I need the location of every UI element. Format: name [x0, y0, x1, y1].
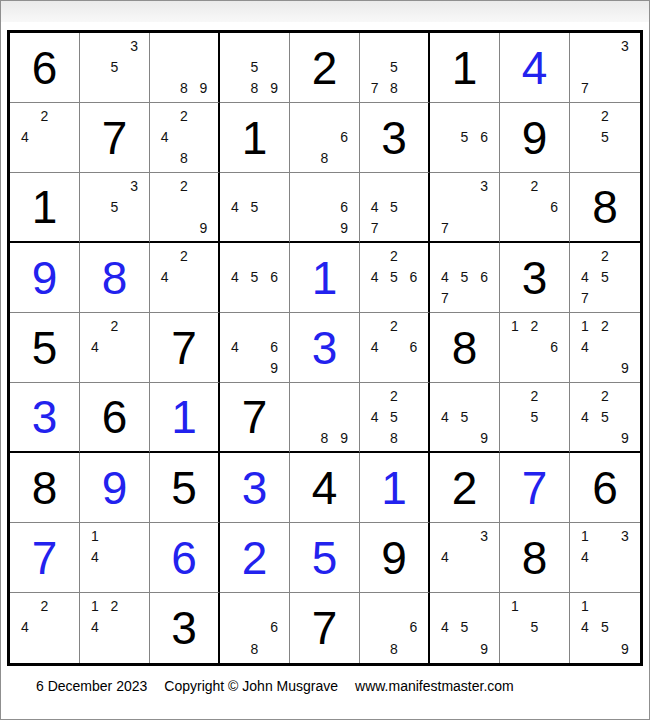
cell-r9c6[interactable]: 68 — [360, 593, 430, 663]
cell-r4c2[interactable]: 8 — [80, 243, 150, 313]
candidate-digit: 7 — [435, 288, 455, 309]
candidate-marks: 469 — [225, 315, 284, 379]
candidate-digit: 4 — [225, 336, 245, 357]
candidate-marks: 457 — [365, 175, 423, 238]
candidate-digit: 4 — [575, 336, 595, 357]
candidate-marks: 134 — [575, 525, 635, 589]
solved-digit: 6 — [171, 535, 197, 581]
candidate-digit: 5 — [455, 617, 475, 639]
cell-r3c5[interactable]: 69 — [290, 173, 360, 243]
cell-r8c6[interactable]: 9 — [360, 523, 430, 593]
candidate-digit: 2 — [174, 175, 193, 196]
candidate-digit: 6 — [544, 196, 564, 217]
candidate-digit: 4 — [435, 266, 455, 287]
candidate-marks: 15 — [505, 595, 564, 660]
cell-r3c4[interactable]: 45 — [220, 173, 290, 243]
cell-r2c3[interactable]: 248 — [150, 103, 220, 173]
solved-digit: 7 — [522, 465, 548, 511]
cell-r1c7[interactable]: 1 — [430, 33, 500, 103]
cell-r8c2[interactable]: 14 — [80, 523, 150, 593]
candidate-digit: 4 — [225, 196, 245, 217]
candidate-digit: 9 — [264, 78, 284, 99]
candidate-marks: 2456 — [365, 245, 423, 309]
candidate-digit: 2 — [35, 595, 55, 617]
candidate-digit: 8 — [174, 148, 193, 169]
candidate-marks: 124 — [85, 595, 144, 660]
cell-r8c4[interactable]: 2 — [220, 523, 290, 593]
candidate-marks: 589 — [225, 35, 284, 99]
candidate-digit: 2 — [595, 105, 615, 126]
footer-date: 6 December 2023 — [36, 678, 147, 694]
cell-r2c1[interactable]: 24 — [10, 103, 80, 173]
candidate-digit: 2 — [525, 385, 545, 406]
candidate-digit: 3 — [124, 35, 144, 56]
candidate-digit: 4 — [155, 266, 174, 287]
cell-r6c5[interactable]: 89 — [290, 383, 360, 453]
cell-r6c7[interactable]: 459 — [430, 383, 500, 453]
cell-r1c2[interactable]: 35 — [80, 33, 150, 103]
given-digit: 8 — [522, 535, 548, 581]
candidate-marks: 4567 — [435, 245, 494, 309]
cell-r6c2[interactable]: 6 — [80, 383, 150, 453]
candidate-digit: 7 — [365, 78, 384, 99]
candidate-digit: 4 — [85, 546, 105, 567]
window-top-strip — [1, 1, 649, 22]
cell-r2c6[interactable]: 3 — [360, 103, 430, 173]
candidate-digit: 5 — [595, 126, 615, 147]
cell-r1c3[interactable]: 89 — [150, 33, 220, 103]
candidate-marks: 25 — [505, 385, 564, 448]
cell-r9c1[interactable]: 24 — [10, 593, 80, 663]
candidate-marks: 2458 — [365, 385, 423, 448]
candidate-digit: 7 — [575, 78, 595, 99]
cell-r4c6[interactable]: 2456 — [360, 243, 430, 313]
candidate-marks: 248 — [155, 105, 213, 169]
candidate-marks: 29 — [155, 175, 213, 238]
candidate-digit: 4 — [435, 617, 455, 639]
candidate-digit: 6 — [334, 126, 354, 147]
candidate-marks: 1459 — [575, 595, 635, 660]
candidate-marks: 24 — [85, 315, 144, 379]
given-digit: 3 — [171, 605, 197, 651]
candidate-digit: 4 — [225, 266, 245, 287]
cell-r2c2[interactable]: 7 — [80, 103, 150, 173]
candidate-marks: 68 — [295, 105, 354, 169]
candidate-digit: 2 — [595, 245, 615, 266]
given-digit: 5 — [171, 465, 197, 511]
candidate-marks: 24 — [15, 595, 74, 660]
candidate-marks: 126 — [505, 315, 564, 379]
candidate-digit: 1 — [85, 525, 105, 546]
candidate-digit: 2 — [35, 105, 55, 126]
cell-r3c9[interactable]: 8 — [570, 173, 640, 243]
given-digit: 2 — [312, 45, 338, 91]
candidate-digit: 8 — [245, 78, 265, 99]
solved-digit: 1 — [171, 394, 197, 440]
candidate-digit: 5 — [595, 406, 615, 427]
candidate-digit: 2 — [384, 385, 403, 406]
cell-r8c9[interactable]: 134 — [570, 523, 640, 593]
candidate-digit: 1 — [85, 595, 105, 617]
cell-r3c8[interactable]: 26 — [500, 173, 570, 243]
cell-r3c2[interactable]: 35 — [80, 173, 150, 243]
candidate-digit: 9 — [194, 217, 213, 238]
candidate-digit: 4 — [15, 126, 35, 147]
candidate-digit: 9 — [334, 217, 354, 238]
cell-r1c8[interactable]: 4 — [500, 33, 570, 103]
candidate-digit: 5 — [245, 56, 265, 77]
candidate-digit: 2 — [105, 595, 125, 617]
solved-digit: 7 — [32, 535, 58, 581]
candidate-digit: 6 — [404, 266, 423, 287]
candidate-digit: 8 — [315, 148, 335, 169]
candidate-digit: 4 — [575, 546, 595, 567]
candidate-digit: 6 — [474, 126, 494, 147]
candidate-digit: 3 — [615, 35, 635, 56]
cell-r2c4[interactable]: 1 — [220, 103, 290, 173]
candidate-marks: 578 — [365, 35, 423, 99]
solved-digit: 1 — [312, 255, 338, 301]
cell-r4c3[interactable]: 24 — [150, 243, 220, 313]
cell-r3c1[interactable]: 1 — [10, 173, 80, 243]
candidate-digit: 6 — [264, 336, 284, 357]
cell-r4c5[interactable]: 1 — [290, 243, 360, 313]
cell-r5c5[interactable]: 3 — [290, 313, 360, 383]
cell-r9c7[interactable]: 459 — [430, 593, 500, 663]
candidate-digit: 5 — [595, 617, 615, 639]
candidate-digit: 9 — [474, 427, 494, 448]
cell-r2c9[interactable]: 25 — [570, 103, 640, 173]
given-digit: 8 — [452, 325, 478, 371]
given-digit: 6 — [102, 394, 128, 440]
candidate-digit: 4 — [365, 196, 384, 217]
solved-digit: 5 — [312, 535, 338, 581]
solved-digit: 4 — [522, 45, 548, 91]
candidate-digit: 2 — [384, 245, 403, 266]
cell-r1c4[interactable]: 589 — [220, 33, 290, 103]
candidate-digit: 2 — [525, 175, 545, 196]
candidate-marks: 14 — [85, 525, 144, 589]
candidate-digit: 5 — [384, 406, 403, 427]
cell-r5c4[interactable]: 469 — [220, 313, 290, 383]
candidate-digit: 5 — [455, 266, 475, 287]
candidate-digit: 3 — [615, 525, 635, 546]
candidate-marks: 2459 — [575, 385, 635, 448]
candidate-digit: 4 — [365, 406, 384, 427]
cell-r8c5[interactable]: 5 — [290, 523, 360, 593]
given-digit: 8 — [32, 465, 58, 511]
candidate-digit: 3 — [124, 175, 144, 196]
candidate-digit: 9 — [334, 427, 354, 448]
cell-r1c1[interactable]: 6 — [10, 33, 80, 103]
candidate-digit: 5 — [525, 617, 545, 639]
cell-r6c6[interactable]: 2458 — [360, 383, 430, 453]
candidate-marks: 459 — [435, 385, 494, 448]
given-digit: 8 — [592, 184, 618, 230]
cell-r6c9[interactable]: 2459 — [570, 383, 640, 453]
candidate-digit: 5 — [595, 266, 615, 287]
candidate-digit: 1 — [505, 315, 525, 336]
candidate-digit: 5 — [455, 126, 475, 147]
solved-digit: 1 — [381, 465, 407, 511]
candidate-digit: 8 — [384, 78, 403, 99]
candidate-digit: 4 — [365, 266, 384, 287]
candidate-digit: 1 — [575, 315, 595, 336]
candidate-digit: 6 — [264, 266, 284, 287]
candidate-marks: 246 — [365, 315, 423, 379]
given-digit: 3 — [381, 115, 407, 161]
sudoku-board: 6358958925781437247248168356925135294569… — [7, 30, 643, 666]
candidate-digit: 4 — [575, 617, 595, 639]
given-digit: 6 — [32, 45, 58, 91]
candidate-digit: 6 — [404, 336, 423, 357]
candidate-digit: 2 — [384, 315, 403, 336]
cell-r8c1[interactable]: 7 — [10, 523, 80, 593]
candidate-digit: 4 — [85, 336, 105, 357]
candidate-digit: 3 — [474, 525, 494, 546]
candidate-digit: 5 — [384, 266, 403, 287]
cell-r1c9[interactable]: 37 — [570, 33, 640, 103]
solved-digit: 9 — [32, 255, 58, 301]
cell-r9c2[interactable]: 124 — [80, 593, 150, 663]
cell-r3c6[interactable]: 457 — [360, 173, 430, 243]
cell-r7c6[interactable]: 1 — [360, 453, 430, 523]
candidate-digit: 6 — [474, 266, 494, 287]
candidate-marks: 37 — [575, 35, 635, 99]
solved-digit: 3 — [242, 465, 268, 511]
candidate-digit: 8 — [174, 78, 193, 99]
given-digit: 1 — [242, 115, 268, 161]
cell-r6c3[interactable]: 1 — [150, 383, 220, 453]
given-digit: 7 — [102, 115, 128, 161]
candidate-digit: 4 — [435, 546, 455, 567]
solved-digit: 2 — [242, 535, 268, 581]
cell-r5c9[interactable]: 1249 — [570, 313, 640, 383]
candidate-marks: 456 — [225, 245, 284, 309]
cell-r7c4[interactable]: 3 — [220, 453, 290, 523]
candidate-marks: 68 — [225, 595, 284, 660]
candidate-digit: 6 — [334, 196, 354, 217]
candidate-digit: 2 — [174, 105, 193, 126]
candidate-digit: 5 — [245, 266, 265, 287]
candidate-marks: 35 — [85, 35, 144, 99]
cell-r4c9[interactable]: 2457 — [570, 243, 640, 313]
candidate-digit: 2 — [595, 385, 615, 406]
candidate-digit: 5 — [455, 406, 475, 427]
candidate-digit: 9 — [615, 358, 635, 379]
given-digit: 1 — [32, 184, 58, 230]
cell-r4c8[interactable]: 3 — [500, 243, 570, 313]
candidate-marks: 89 — [155, 35, 213, 99]
candidate-digit: 9 — [474, 638, 494, 660]
candidate-digit: 9 — [264, 358, 284, 379]
cell-r2c7[interactable]: 56 — [430, 103, 500, 173]
given-digit: 9 — [381, 535, 407, 581]
candidate-marks: 69 — [295, 175, 354, 238]
candidate-digit: 9 — [194, 78, 213, 99]
candidate-marks: 45 — [225, 175, 284, 238]
cell-r2c5[interactable]: 68 — [290, 103, 360, 173]
candidate-digit: 2 — [105, 315, 125, 336]
cell-r9c4[interactable]: 68 — [220, 593, 290, 663]
candidate-digit: 8 — [384, 638, 403, 660]
given-digit: 3 — [522, 255, 548, 301]
candidate-digit: 7 — [435, 217, 455, 238]
candidate-digit: 8 — [245, 638, 265, 660]
candidate-digit: 1 — [505, 595, 525, 617]
candidate-marks: 68 — [365, 595, 423, 660]
candidate-digit: 5 — [525, 406, 545, 427]
candidate-marks: 37 — [435, 175, 494, 238]
candidate-digit: 6 — [264, 617, 284, 639]
cell-r7c3[interactable]: 5 — [150, 453, 220, 523]
footer-copyright: Copyright © John Musgrave — [164, 678, 338, 694]
candidate-digit: 9 — [615, 427, 635, 448]
given-digit: 1 — [452, 45, 478, 91]
candidate-digit: 4 — [365, 336, 384, 357]
cell-r9c5[interactable]: 7 — [290, 593, 360, 663]
cell-r8c3[interactable]: 6 — [150, 523, 220, 593]
cell-r9c3[interactable]: 3 — [150, 593, 220, 663]
candidate-marks: 89 — [295, 385, 354, 448]
candidate-digit: 7 — [365, 217, 384, 238]
cell-r5c6[interactable]: 246 — [360, 313, 430, 383]
given-digit: 2 — [452, 465, 478, 511]
candidate-digit: 4 — [15, 617, 35, 639]
candidate-marks: 26 — [505, 175, 564, 238]
candidate-digit: 2 — [595, 315, 615, 336]
footer: 6 December 2023 Copyright © John Musgrav… — [1, 678, 649, 694]
cell-r7c2[interactable]: 9 — [80, 453, 150, 523]
candidate-marks: 1249 — [575, 315, 635, 379]
cell-r3c7[interactable]: 37 — [430, 173, 500, 243]
solved-digit: 3 — [32, 394, 58, 440]
cell-r3c3[interactable]: 29 — [150, 173, 220, 243]
cell-r4c1[interactable]: 9 — [10, 243, 80, 313]
cell-r7c8[interactable]: 7 — [500, 453, 570, 523]
candidate-digit: 5 — [384, 196, 403, 217]
given-digit: 5 — [32, 325, 58, 371]
candidate-digit: 8 — [315, 427, 335, 448]
candidate-marks: 24 — [15, 105, 74, 169]
cell-r5c1[interactable]: 5 — [10, 313, 80, 383]
cell-r5c8[interactable]: 126 — [500, 313, 570, 383]
candidate-digit: 5 — [105, 196, 125, 217]
candidate-digit: 2 — [174, 245, 193, 266]
solved-digit: 3 — [312, 325, 338, 371]
footer-website: www.manifestmaster.com — [355, 678, 514, 694]
candidate-digit: 8 — [384, 427, 403, 448]
cell-r2c8[interactable]: 9 — [500, 103, 570, 173]
given-digit: 9 — [522, 115, 548, 161]
candidate-marks: 25 — [575, 105, 635, 169]
candidate-digit: 4 — [435, 406, 455, 427]
candidate-digit: 4 — [575, 266, 595, 287]
candidate-digit: 5 — [384, 56, 403, 77]
cell-r7c1[interactable]: 8 — [10, 453, 80, 523]
cell-r8c7[interactable]: 34 — [430, 523, 500, 593]
cell-r1c5[interactable]: 2 — [290, 33, 360, 103]
cell-r7c5[interactable]: 4 — [290, 453, 360, 523]
candidate-digit: 6 — [404, 617, 423, 639]
candidate-digit: 6 — [544, 336, 564, 357]
candidate-digit: 5 — [245, 196, 265, 217]
candidate-digit: 3 — [474, 175, 494, 196]
candidate-digit: 4 — [85, 617, 105, 639]
given-digit: 7 — [312, 605, 338, 651]
candidate-marks: 24 — [155, 245, 213, 309]
cell-r8c8[interactable]: 8 — [500, 523, 570, 593]
candidate-digit: 9 — [615, 638, 635, 660]
candidate-marks: 459 — [435, 595, 494, 660]
candidate-digit: 4 — [155, 126, 174, 147]
candidate-digit: 2 — [525, 315, 545, 336]
cell-r4c4[interactable]: 456 — [220, 243, 290, 313]
given-digit: 7 — [242, 394, 268, 440]
candidate-digit: 1 — [575, 525, 595, 546]
cell-r5c2[interactable]: 24 — [80, 313, 150, 383]
cell-r7c7[interactable]: 2 — [430, 453, 500, 523]
candidate-marks: 2457 — [575, 245, 635, 309]
cell-r7c9[interactable]: 6 — [570, 453, 640, 523]
cell-r4c7[interactable]: 4567 — [430, 243, 500, 313]
cell-r6c1[interactable]: 3 — [10, 383, 80, 453]
cell-r5c7[interactable]: 8 — [430, 313, 500, 383]
candidate-marks: 56 — [435, 105, 494, 169]
candidate-marks: 35 — [85, 175, 144, 238]
cell-r5c3[interactable]: 7 — [150, 313, 220, 383]
cell-r1c6[interactable]: 578 — [360, 33, 430, 103]
cell-r9c9[interactable]: 1459 — [570, 593, 640, 663]
candidate-digit: 7 — [575, 288, 595, 309]
cell-r9c8[interactable]: 15 — [500, 593, 570, 663]
given-digit: 6 — [592, 465, 618, 511]
candidate-marks: 34 — [435, 525, 494, 589]
given-digit: 7 — [171, 325, 197, 371]
candidate-digit: 1 — [575, 595, 595, 617]
solved-digit: 9 — [102, 465, 128, 511]
given-digit: 4 — [312, 465, 338, 511]
candidate-digit: 4 — [575, 406, 595, 427]
cell-r6c4[interactable]: 7 — [220, 383, 290, 453]
cell-r6c8[interactable]: 25 — [500, 383, 570, 453]
solved-digit: 8 — [102, 255, 128, 301]
candidate-digit: 5 — [105, 56, 125, 77]
